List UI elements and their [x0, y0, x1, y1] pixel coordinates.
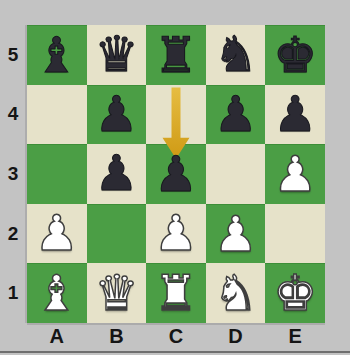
- black-king-piece: ♚: [273, 31, 317, 80]
- chess-app-window: 54321 ♝♛♜♞♚♟♟♟♟♟♟♟♟♟♝♛♜♞♚ ABCDE: [0, 0, 350, 355]
- square-d5[interactable]: ♞: [206, 25, 266, 85]
- square-e2[interactable]: [265, 204, 325, 264]
- square-b3[interactable]: ♟: [87, 144, 147, 204]
- square-d1[interactable]: ♞: [206, 263, 266, 323]
- white-pawn-piece: ♟: [35, 209, 79, 258]
- white-knight-piece: ♞: [214, 269, 258, 318]
- black-pawn-piece: ♟: [154, 150, 198, 199]
- file-label-a: A: [27, 323, 87, 350]
- square-e1[interactable]: ♚: [265, 263, 325, 323]
- file-label-c: C: [146, 323, 206, 350]
- square-e3[interactable]: ♟: [265, 144, 325, 204]
- rank-label-3: 3: [0, 144, 26, 204]
- white-king-piece: ♚: [273, 269, 317, 318]
- square-d2[interactable]: ♟: [206, 204, 266, 264]
- white-pawn-piece: ♟: [214, 210, 258, 259]
- white-pawn-piece: ♟: [273, 150, 317, 199]
- square-a3[interactable]: [27, 144, 87, 204]
- black-pawn-piece: ♟: [94, 149, 138, 198]
- rank-label-4: 4: [0, 85, 26, 145]
- file-labels: ABCDE: [27, 323, 325, 350]
- file-label-e: E: [265, 323, 325, 350]
- file-label-d: D: [206, 323, 266, 350]
- rank-label-2: 2: [0, 204, 26, 264]
- white-bishop-piece: ♝: [35, 269, 79, 318]
- black-pawn-piece: ♟: [214, 90, 258, 139]
- square-b4[interactable]: ♟: [87, 85, 147, 145]
- file-label-b: B: [87, 323, 147, 350]
- black-pawn-piece: ♟: [94, 90, 138, 139]
- square-a1[interactable]: ♝: [27, 263, 87, 323]
- black-rook-piece: ♜: [154, 31, 198, 80]
- square-e5[interactable]: ♚: [265, 25, 325, 85]
- square-c5[interactable]: ♜: [146, 25, 206, 85]
- square-c1[interactable]: ♜: [146, 263, 206, 323]
- black-knight-piece: ♞: [214, 30, 258, 79]
- square-d3[interactable]: [206, 144, 266, 204]
- square-b1[interactable]: ♛: [87, 263, 147, 323]
- black-queen-piece: ♛: [94, 30, 138, 79]
- square-c2[interactable]: ♟: [146, 204, 206, 264]
- square-a4[interactable]: [27, 85, 87, 145]
- square-c3[interactable]: ♟: [146, 144, 206, 204]
- white-pawn-piece: ♟: [154, 209, 198, 258]
- window-bottom-divider: [0, 351, 350, 353]
- rank-label-5: 5: [0, 25, 26, 85]
- square-b5[interactable]: ♛: [87, 25, 147, 85]
- square-a5[interactable]: ♝: [27, 25, 87, 85]
- black-pawn-piece: ♟: [273, 90, 317, 139]
- rank-labels: 54321: [0, 25, 26, 323]
- black-bishop-piece: ♝: [35, 31, 79, 80]
- rank-label-1: 1: [0, 263, 26, 323]
- white-queen-piece: ♛: [94, 269, 138, 318]
- board[interactable]: ♝♛♜♞♚♟♟♟♟♟♟♟♟♟♝♛♜♞♚: [27, 25, 325, 323]
- square-d4[interactable]: ♟: [206, 85, 266, 145]
- white-rook-piece: ♜: [154, 269, 198, 318]
- square-c4[interactable]: [146, 85, 206, 145]
- square-e4[interactable]: ♟: [265, 85, 325, 145]
- square-a2[interactable]: ♟: [27, 204, 87, 264]
- square-b2[interactable]: [87, 204, 147, 264]
